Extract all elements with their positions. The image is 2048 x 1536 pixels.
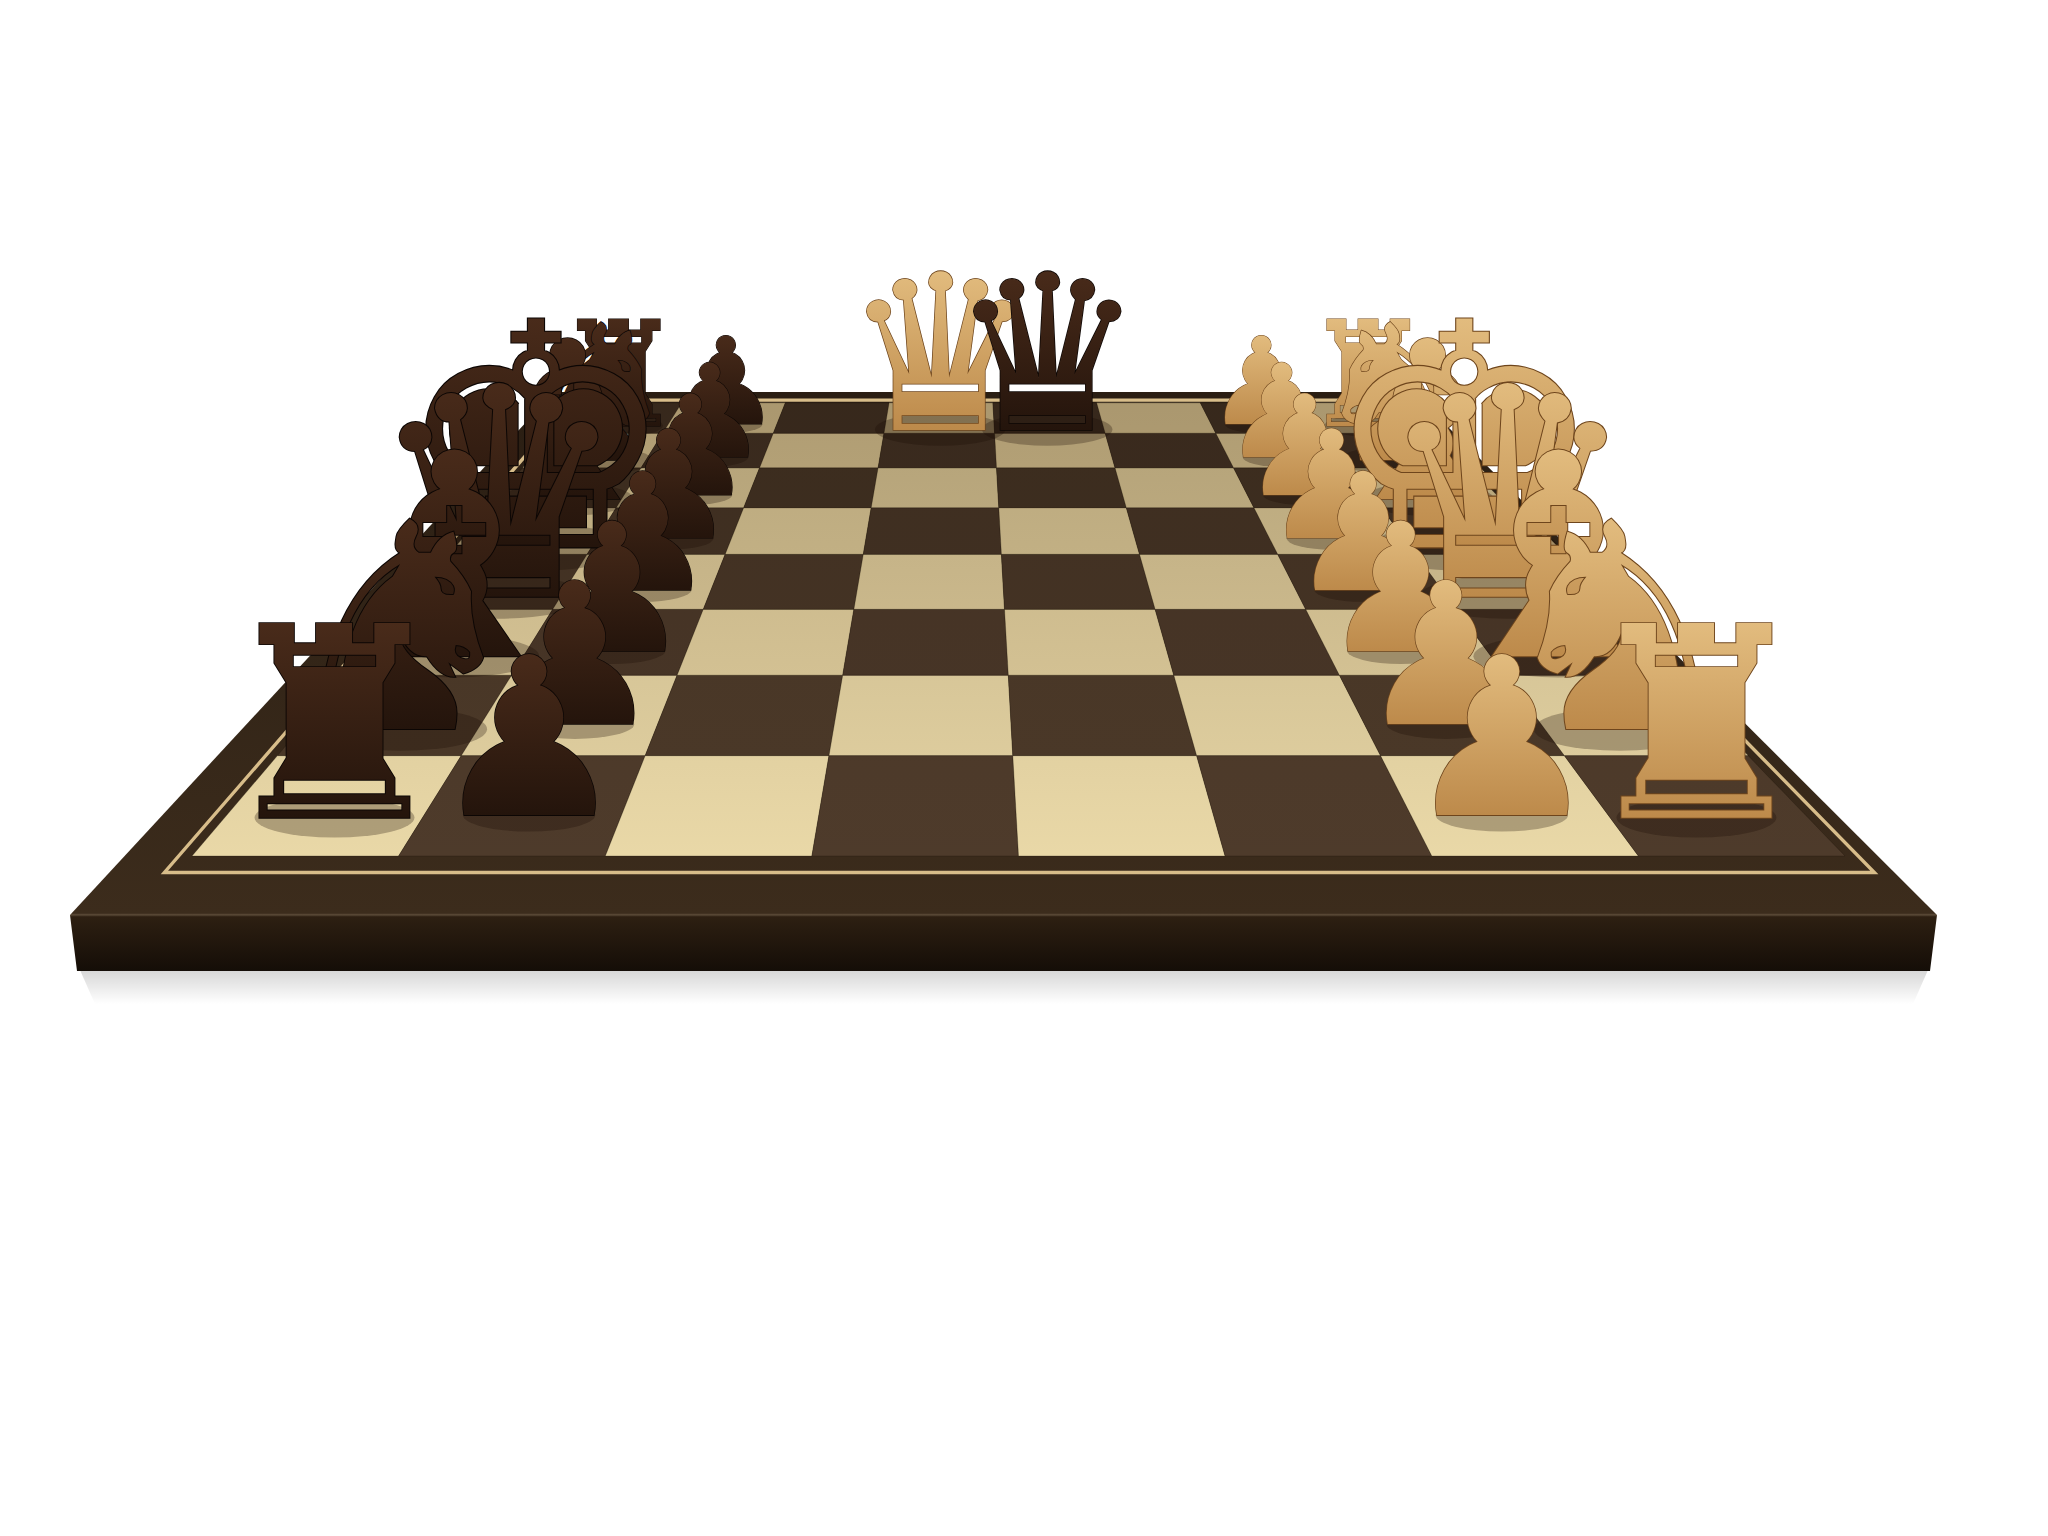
white-rook-a1: ♜ <box>1577 571 1816 881</box>
board-contact-shadow <box>80 970 1928 1004</box>
board-side-face <box>70 915 1937 971</box>
black-rook-a8: ♜ <box>215 571 454 881</box>
white-pawn-a2: ♟ <box>1403 610 1601 867</box>
black-pawn-a7: ♟ <box>430 610 628 867</box>
chess-board: ♜♜♟♟♛♛♞♞♟♟♝♝♟♟♚♚♟♟♛♛♟♟♝♝♟♟♞♞♟♟♜♜♟♟ <box>0 0 2048 1536</box>
black-queen-h4: ♛ <box>950 228 1145 481</box>
chess-set-photo: ♜♜♟♟♛♛♞♞♟♟♝♝♟♟♚♚♟♟♛♛♟♟♝♝♟♟♞♞♟♟♜♜♟♟ <box>0 0 2048 1536</box>
